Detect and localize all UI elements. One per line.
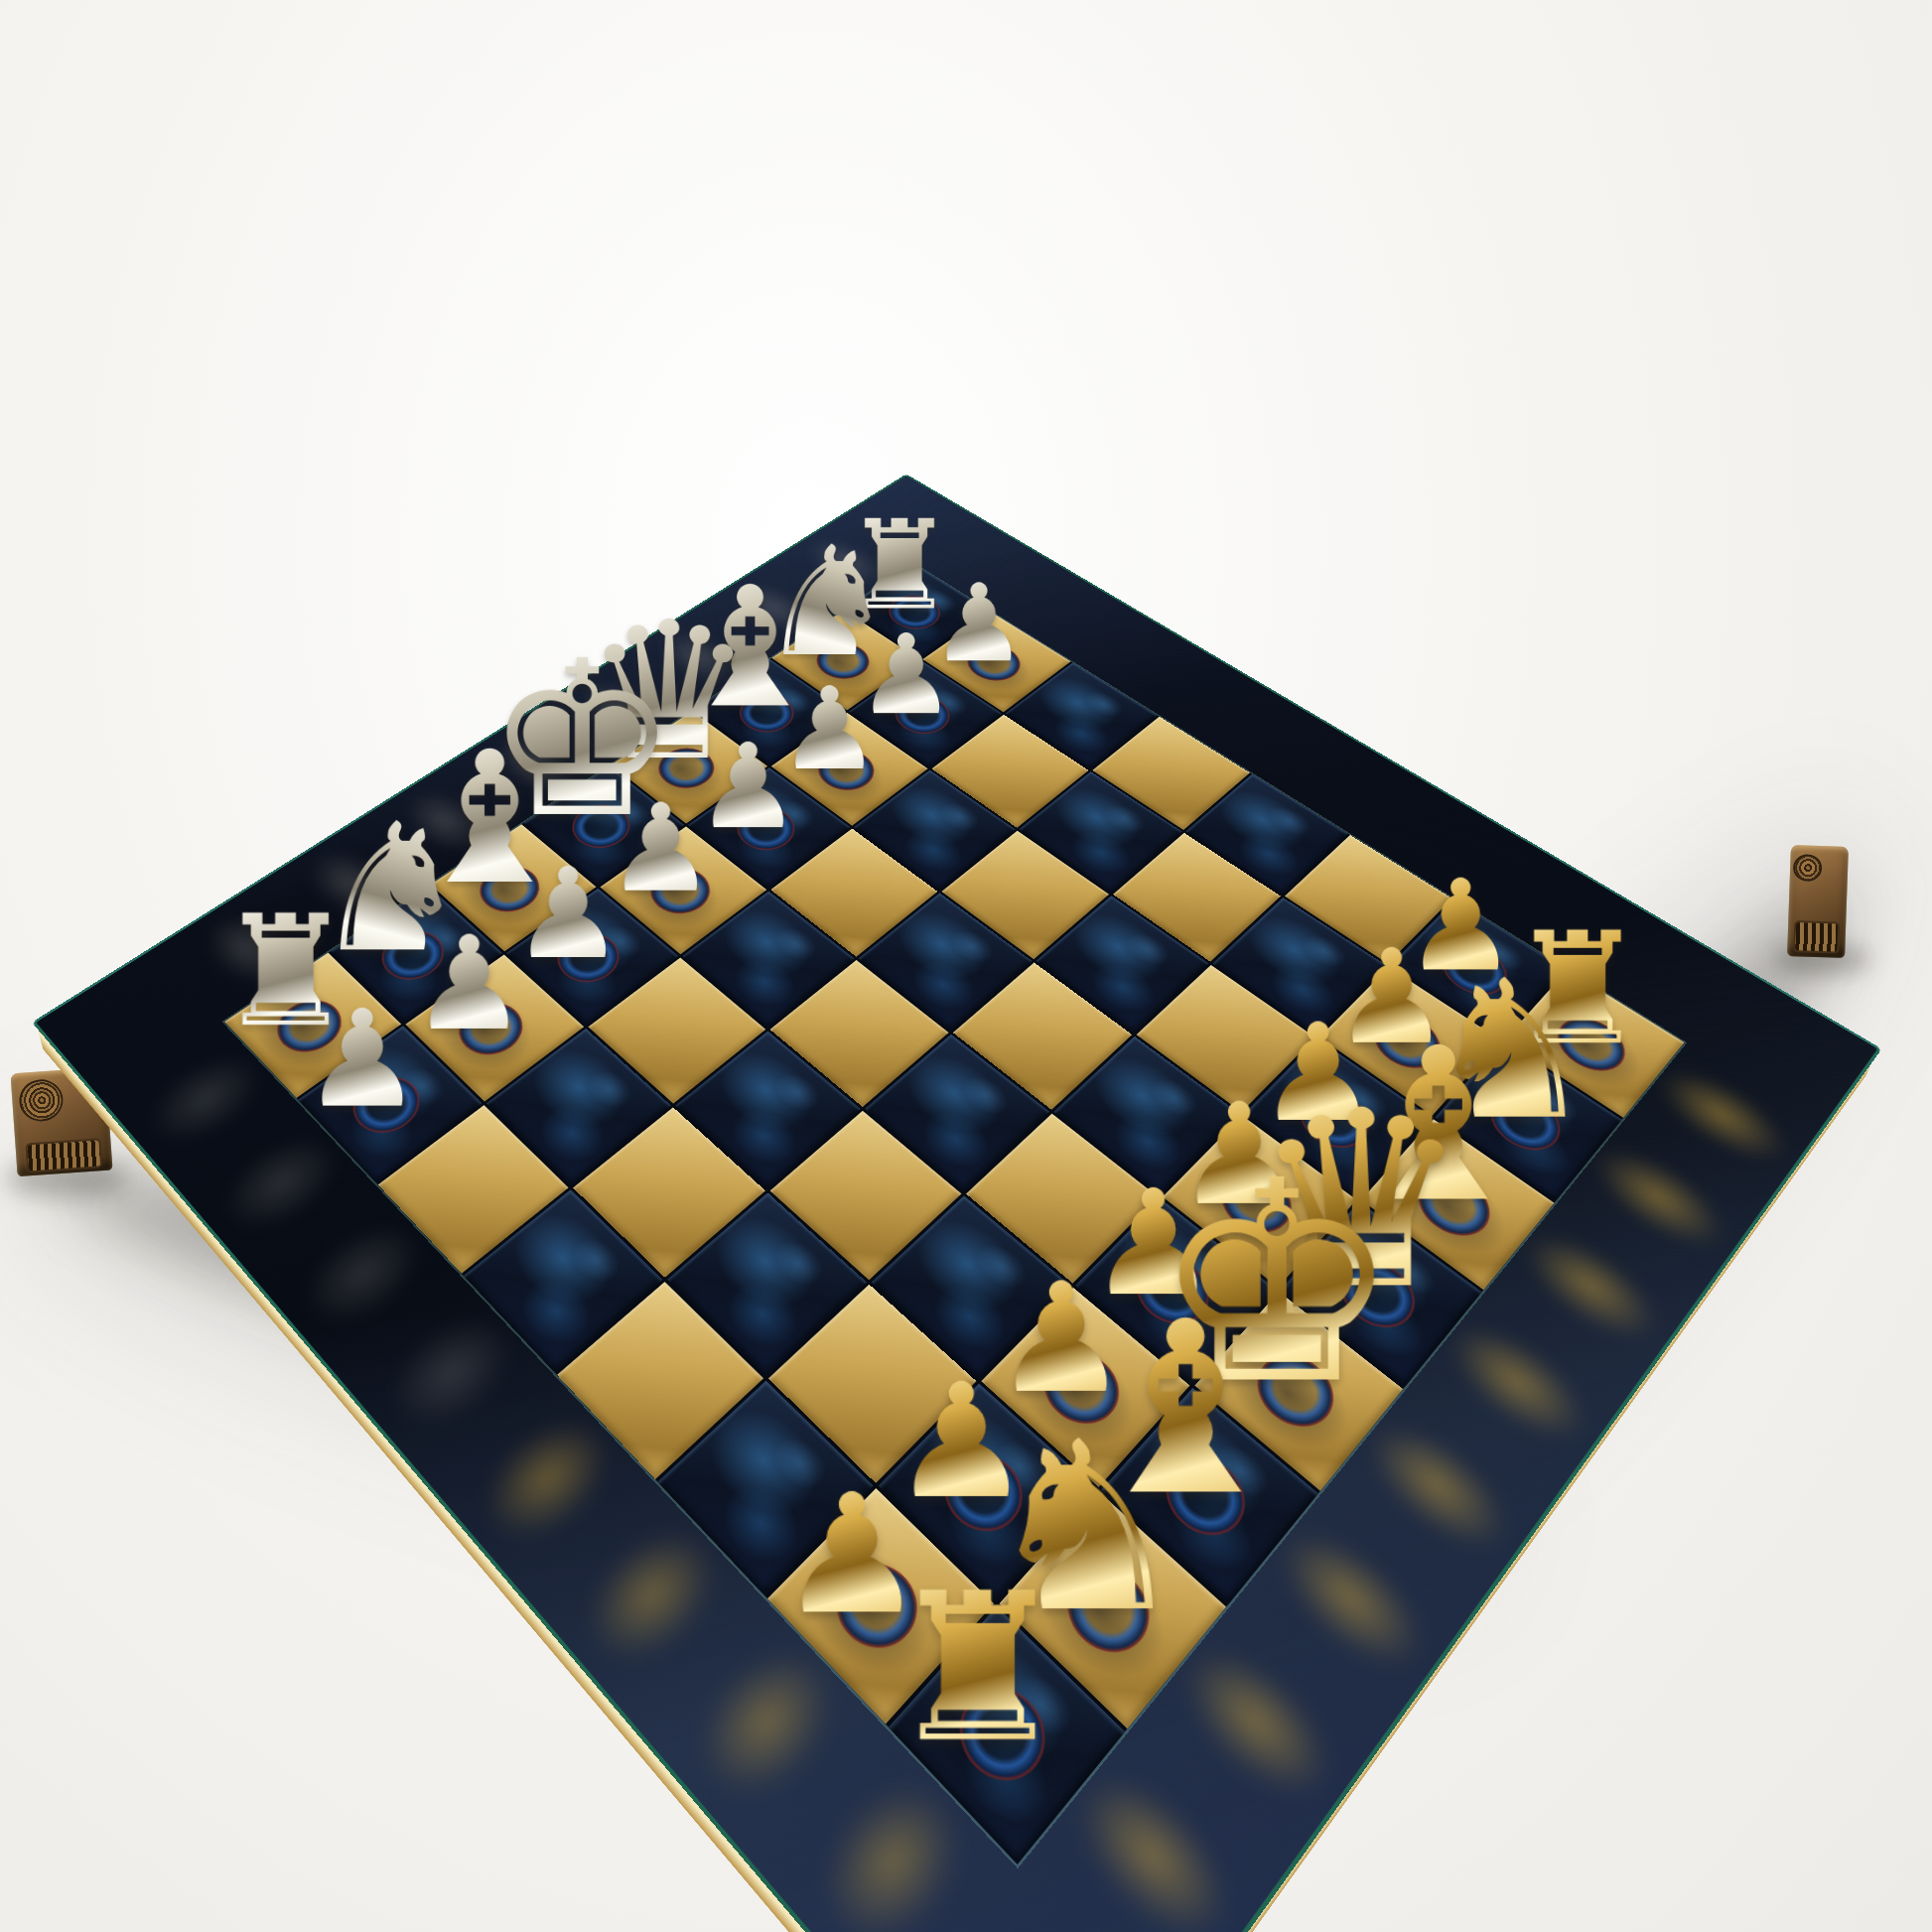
reflection-blob [134,1041,277,1159]
reflection-blob [1510,1218,1672,1357]
reflection-blob [1351,1406,1524,1569]
board-field: ♜♟♟♜♞♟♟♞♝♟♟♝♛♟♟♛♚♟♟♚♝♟♟♝♞♟♟♞♜♟♟♜ [224,564,1684,1864]
reflection-blob [1057,1753,1250,1932]
reflection-blob [1164,1627,1349,1822]
reflection-blob [207,1121,355,1247]
fluted-base [28,1140,100,1171]
piece-white-silver-pawn[interactable]: ♟ [411,925,527,1044]
volute-icon [20,1080,63,1121]
piece-black-gold-rook[interactable]: ♜ [887,1574,1070,1762]
board-foot-right [1787,845,1849,958]
chessboard: ♜♟♟♜♞♟♟♞♝♟♟♝♛♟♟♛♚♟♟♚♝♟♟♝♞♟♟♞♜♟♟♜ [32,474,1882,1932]
reflection-blob [286,1207,439,1344]
reflection-blob [1262,1512,1442,1690]
square-h8[interactable]: ♜ [889,1605,1126,1863]
reflection-blob [1581,1135,1737,1264]
piece-white-silver-pawn[interactable]: ♟ [303,998,423,1121]
volute-icon [1795,856,1820,880]
square-f4[interactable] [675,1032,860,1189]
reflection-blob [1434,1309,1601,1459]
fluted-base [1795,923,1839,952]
piece-white-silver-pawn[interactable]: ♟ [512,857,624,972]
photo-scene: ♜♟♟♜♞♟♟♞♝♟♟♝♛♟♟♛♚♟♟♚♝♟♟♝♞♟♟♞♜♟♟♜ [0,0,1932,1932]
reflection-blob [1646,1056,1798,1176]
